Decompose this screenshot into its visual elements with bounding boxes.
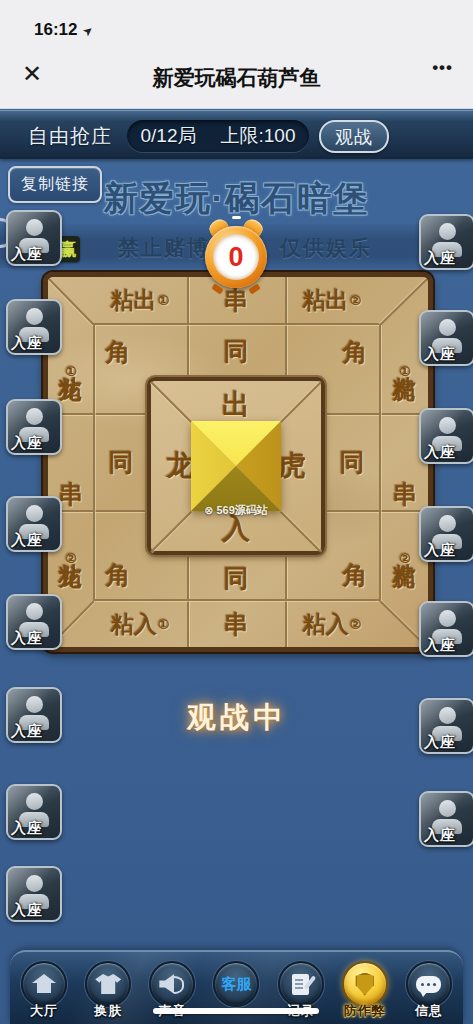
zone-chuan-bottom[interactable]: 串 [224,608,249,641]
zone-jiao-top-left[interactable]: 角 [106,336,131,369]
spectate-button[interactable]: 观战 [319,120,389,153]
zone-nianhu-1[interactable]: 粘虎① [394,358,417,379]
seat-right-6[interactable]: 入座 [419,698,473,754]
round-counter: 0/12局 [141,123,197,149]
toolbar-skin-button[interactable]: 换肤 [79,952,137,1022]
spectating-status: 观战中 [0,698,473,738]
seat-left-3[interactable]: 入座 [6,399,62,455]
seat-right-1[interactable]: 入座 [419,214,473,270]
zone-chu[interactable]: 出 [222,386,250,424]
center-square: 出 龙 虎 入 ⊗ 569源码站 [147,377,325,555]
copy-link-button[interactable]: 复制链接 [8,166,102,203]
seat-right-5[interactable]: 入座 [419,601,473,657]
seat-right-3[interactable]: 入座 [419,408,473,464]
corner-diagonal [280,381,322,423]
zone-nianchu-2[interactable]: 粘出② [303,285,362,316]
round-limit-pill: 0/12局 上限:100 [127,120,309,152]
speaker-icon [159,973,185,995]
page-title: 新爱玩碣石葫芦鱼 [0,64,473,92]
zone-tong-bottom[interactable]: 同 [224,562,249,595]
seat-left-8[interactable]: 入座 [6,866,62,922]
toolbar-lobby-button[interactable]: 大厅 [15,952,73,1022]
corner-diagonal [150,511,192,553]
corner-diagonal [150,381,192,423]
home-indicator-bar[interactable] [153,1008,319,1014]
zone-hu[interactable]: 虎 [278,447,306,485]
zone-jiao-bottom-left[interactable]: 角 [106,559,131,592]
seat-left-7[interactable]: 入座 [6,784,62,840]
zone-nianru-2[interactable]: 粘入② [303,609,362,640]
seat-left-2[interactable]: 入座 [6,299,62,355]
seat-right-7[interactable]: 入座 [419,791,473,847]
message-bubble-icon [416,976,441,993]
seat-left-4[interactable]: 入座 [6,496,62,552]
zone-tong-left[interactable]: 同 [109,446,134,479]
gold-pyramid [191,421,281,511]
location-arrow-icon: ➤ [80,22,97,39]
nav-bar: ✕ 新爱玩碣石葫芦鱼 ••• [0,44,473,109]
game-mode-label: 自由抢庄 [28,123,112,150]
more-menu-button[interactable]: ••• [432,58,453,78]
watermark: ⊗ 569源码站 [204,503,268,518]
record-doc-icon [292,974,309,995]
zone-nianchu-1[interactable]: 粘出① [111,285,170,316]
seat-right-2[interactable]: 入座 [419,310,473,366]
betting-board: 粘出① 串 粘出② 粘入① 串 粘入② 粘龙① 串 粘龙② 粘虎① 串 粘虎② … [43,272,433,652]
zone-nianhu-2[interactable]: 粘虎② [394,545,417,566]
zone-chuan-right[interactable]: 串 [393,461,418,463]
seat-left-5[interactable]: 入座 [6,594,62,650]
alarm-clock-icon: 0 [205,216,267,292]
timer-value: 0 [213,234,259,280]
shirt-icon [95,974,121,994]
clock-handle [232,216,241,219]
seat-right-4[interactable]: 入座 [419,506,473,562]
game-info-bar: 自由抢庄 0/12局 上限:100 观战 [0,110,473,159]
warning-no-gambling: 禁止赌博 [118,234,210,262]
seat-left-1[interactable]: 入座 [6,210,62,266]
gold-medal-shield-icon [355,973,375,996]
zone-jiao-bottom-right[interactable]: 角 [343,559,368,592]
zone-tong-right[interactable]: 同 [340,446,365,479]
customer-service-icon: 客服 [221,975,251,994]
clock-time: 16:12 [34,20,77,40]
warning-entertainment-only: 仅供娱乐 [280,234,372,262]
toolbar-anticheat-button[interactable]: 防作弊 [336,952,394,1022]
zone-nianlong-2[interactable]: 粘龙② [60,545,83,566]
watermark-logo-icon: ⊗ [204,504,213,517]
zone-jiao-top-right[interactable]: 角 [343,336,368,369]
status-bar: 16:12 ➤ [0,0,473,44]
seat-left-6[interactable]: 入座 [6,687,62,743]
zone-tong-top[interactable]: 同 [224,335,249,368]
zone-long[interactable]: 龙 [166,447,194,485]
toolbar-info-button[interactable]: 信息 [400,952,458,1022]
zone-chuan-left[interactable]: 串 [59,461,84,463]
zone-nianru-1[interactable]: 粘入① [111,609,170,640]
zone-nianlong-1[interactable]: 粘龙① [60,358,83,379]
bet-limit: 上限:100 [221,123,296,149]
home-icon [32,974,56,994]
corner-diagonal [280,511,322,553]
